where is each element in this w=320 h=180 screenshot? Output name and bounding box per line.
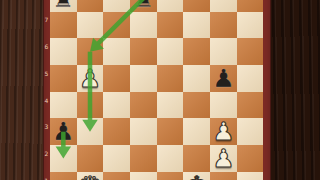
square-b2[interactable] [77,145,104,172]
square-e7[interactable] [157,12,184,39]
square-h1[interactable] [237,172,264,180]
square-f6[interactable] [183,38,210,65]
square-h5[interactable] [237,65,264,92]
square-d1[interactable] [130,172,157,180]
square-h8[interactable] [237,0,264,12]
chess-board[interactable]: ♜♜♟♟♟♟♟♛♚ [50,0,263,180]
square-e6[interactable] [157,38,184,65]
square-f7[interactable] [183,12,210,39]
square-d4[interactable] [130,92,157,119]
square-g7[interactable] [210,12,237,39]
square-g6[interactable] [210,38,237,65]
square-c2[interactable] [103,145,130,172]
square-e3[interactable] [157,118,184,145]
black-rook-a8[interactable]: ♜ [50,0,77,12]
square-a1[interactable] [50,172,77,180]
square-h4[interactable] [237,92,264,119]
square-a7[interactable] [50,12,77,39]
square-c7[interactable] [103,12,130,39]
square-b3[interactable] [77,118,104,145]
square-h7[interactable] [237,12,264,39]
square-d2[interactable] [130,145,157,172]
square-c4[interactable] [103,92,130,119]
square-g4[interactable] [210,92,237,119]
square-d6[interactable] [130,38,157,65]
square-a4[interactable] [50,92,77,119]
white-pawn-g3[interactable]: ♟ [210,118,237,145]
square-a6[interactable] [50,38,77,65]
square-b6[interactable] [77,38,104,65]
square-e1[interactable] [157,172,184,180]
square-c6[interactable] [103,38,130,65]
square-c3[interactable] [103,118,130,145]
white-pawn-b5[interactable]: ♟ [77,65,104,92]
square-f3[interactable] [183,118,210,145]
square-e5[interactable] [157,65,184,92]
square-h6[interactable] [237,38,264,65]
black-pawn-g5[interactable]: ♟ [210,65,237,92]
chess-app-screen: ♜♜♟♟♟♟♟♛♚ 87654321 [0,0,320,180]
square-f8[interactable] [183,0,210,12]
wood-background-right [266,0,320,180]
white-queen-b1[interactable]: ♛ [77,172,104,180]
square-f5[interactable] [183,65,210,92]
square-f2[interactable] [183,145,210,172]
square-c1[interactable] [103,172,130,180]
square-d3[interactable] [130,118,157,145]
square-g8[interactable] [210,0,237,12]
square-e2[interactable] [157,145,184,172]
square-b7[interactable] [77,12,104,39]
square-a2[interactable] [50,145,77,172]
square-b4[interactable] [77,92,104,119]
square-d5[interactable] [130,65,157,92]
square-d7[interactable] [130,12,157,39]
square-h3[interactable] [237,118,264,145]
square-e4[interactable] [157,92,184,119]
square-f4[interactable] [183,92,210,119]
white-pawn-g2[interactable]: ♟ [210,145,237,172]
square-e8[interactable] [157,0,184,12]
white-king-f1[interactable]: ♚ [183,172,210,180]
square-c8[interactable] [103,0,130,12]
square-c5[interactable] [103,65,130,92]
wood-background-left [0,0,46,180]
square-a5[interactable] [50,65,77,92]
black-rook-d8[interactable]: ♜ [130,0,157,12]
square-b8[interactable] [77,0,104,12]
black-pawn-a3[interactable]: ♟ [50,118,77,145]
square-h2[interactable] [237,145,264,172]
